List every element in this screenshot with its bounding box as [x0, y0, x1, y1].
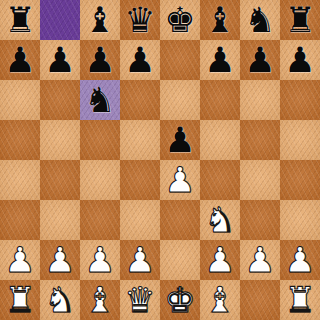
piece-white-pawn[interactable]: ♟ — [44, 240, 75, 280]
square-c3[interactable] — [80, 200, 120, 240]
square-c4[interactable] — [80, 160, 120, 200]
square-d6[interactable] — [120, 80, 160, 120]
square-a7[interactable]: ♟ — [0, 40, 40, 80]
square-e7[interactable] — [160, 40, 200, 80]
piece-white-pawn[interactable]: ♟ — [244, 240, 275, 280]
piece-white-rook[interactable]: ♜ — [4, 280, 35, 320]
piece-black-pawn[interactable]: ♟ — [44, 40, 75, 80]
piece-white-king[interactable]: ♚ — [164, 280, 195, 320]
square-a4[interactable] — [0, 160, 40, 200]
square-c7[interactable]: ♟ — [80, 40, 120, 80]
square-b3[interactable] — [40, 200, 80, 240]
square-f8[interactable]: ♝ — [200, 0, 240, 40]
piece-white-pawn[interactable]: ♟ — [84, 240, 115, 280]
square-h4[interactable] — [280, 160, 320, 200]
square-b7[interactable]: ♟ — [40, 40, 80, 80]
piece-black-pawn[interactable]: ♟ — [84, 40, 115, 80]
square-e5[interactable]: ♟ — [160, 120, 200, 160]
square-d8[interactable]: ♛ — [120, 0, 160, 40]
square-g5[interactable] — [240, 120, 280, 160]
square-f6[interactable] — [200, 80, 240, 120]
square-b5[interactable] — [40, 120, 80, 160]
piece-white-pawn[interactable]: ♟ — [4, 240, 35, 280]
square-h1[interactable]: ♜ — [280, 280, 320, 320]
square-g3[interactable] — [240, 200, 280, 240]
piece-black-pawn[interactable]: ♟ — [164, 120, 195, 160]
piece-black-rook[interactable]: ♜ — [4, 0, 35, 40]
square-e1[interactable]: ♚ — [160, 280, 200, 320]
square-b4[interactable] — [40, 160, 80, 200]
square-a8[interactable]: ♜ — [0, 0, 40, 40]
square-h5[interactable] — [280, 120, 320, 160]
square-d4[interactable] — [120, 160, 160, 200]
square-f1[interactable]: ♝ — [200, 280, 240, 320]
square-g6[interactable] — [240, 80, 280, 120]
piece-black-pawn[interactable]: ♟ — [284, 40, 315, 80]
piece-black-bishop[interactable]: ♝ — [84, 0, 115, 40]
square-c8[interactable]: ♝ — [80, 0, 120, 40]
square-g7[interactable]: ♟ — [240, 40, 280, 80]
square-h8[interactable]: ♜ — [280, 0, 320, 40]
piece-black-king[interactable]: ♚ — [164, 0, 195, 40]
piece-black-pawn[interactable]: ♟ — [244, 40, 275, 80]
square-a3[interactable] — [0, 200, 40, 240]
square-c5[interactable] — [80, 120, 120, 160]
square-d2[interactable]: ♟ — [120, 240, 160, 280]
square-b6[interactable] — [40, 80, 80, 120]
square-d5[interactable] — [120, 120, 160, 160]
square-f3[interactable]: ♞ — [200, 200, 240, 240]
square-c6[interactable]: ♞ — [80, 80, 120, 120]
square-d7[interactable]: ♟ — [120, 40, 160, 80]
square-g8[interactable]: ♞ — [240, 0, 280, 40]
piece-white-queen[interactable]: ♛ — [124, 280, 155, 320]
piece-black-pawn[interactable]: ♟ — [4, 40, 35, 80]
piece-white-rook[interactable]: ♜ — [284, 280, 315, 320]
square-h3[interactable] — [280, 200, 320, 240]
square-g2[interactable]: ♟ — [240, 240, 280, 280]
piece-white-knight[interactable]: ♞ — [44, 280, 75, 320]
square-g4[interactable] — [240, 160, 280, 200]
square-f2[interactable]: ♟ — [200, 240, 240, 280]
square-h6[interactable] — [280, 80, 320, 120]
square-e2[interactable] — [160, 240, 200, 280]
square-e4[interactable]: ♟ — [160, 160, 200, 200]
square-h7[interactable]: ♟ — [280, 40, 320, 80]
chess-board: ♜♝♛♚♝♞♜♟♟♟♟♟♟♟♞♟♟♞♟♟♟♟♟♟♟♜♞♝♛♚♝♜ — [0, 0, 320, 320]
piece-white-bishop[interactable]: ♝ — [204, 280, 235, 320]
piece-black-queen[interactable]: ♛ — [124, 0, 155, 40]
square-a2[interactable]: ♟ — [0, 240, 40, 280]
square-a1[interactable]: ♜ — [0, 280, 40, 320]
square-f7[interactable]: ♟ — [200, 40, 240, 80]
piece-black-pawn[interactable]: ♟ — [204, 40, 235, 80]
piece-black-pawn[interactable]: ♟ — [124, 40, 155, 80]
piece-white-pawn[interactable]: ♟ — [164, 160, 195, 200]
square-g1[interactable] — [240, 280, 280, 320]
square-b8[interactable] — [40, 0, 80, 40]
square-b2[interactable]: ♟ — [40, 240, 80, 280]
piece-black-bishop[interactable]: ♝ — [204, 0, 235, 40]
piece-black-rook[interactable]: ♜ — [284, 0, 315, 40]
square-h2[interactable]: ♟ — [280, 240, 320, 280]
piece-white-pawn[interactable]: ♟ — [204, 240, 235, 280]
square-e8[interactable]: ♚ — [160, 0, 200, 40]
square-f4[interactable] — [200, 160, 240, 200]
piece-white-bishop[interactable]: ♝ — [84, 280, 115, 320]
square-d1[interactable]: ♛ — [120, 280, 160, 320]
square-a5[interactable] — [0, 120, 40, 160]
square-c1[interactable]: ♝ — [80, 280, 120, 320]
piece-black-knight[interactable]: ♞ — [244, 0, 275, 40]
square-a6[interactable] — [0, 80, 40, 120]
piece-white-pawn[interactable]: ♟ — [124, 240, 155, 280]
piece-black-knight[interactable]: ♞ — [84, 80, 115, 120]
square-b1[interactable]: ♞ — [40, 280, 80, 320]
piece-white-knight[interactable]: ♞ — [204, 200, 235, 240]
square-c2[interactable]: ♟ — [80, 240, 120, 280]
square-e6[interactable] — [160, 80, 200, 120]
square-e3[interactable] — [160, 200, 200, 240]
piece-white-pawn[interactable]: ♟ — [284, 240, 315, 280]
square-d3[interactable] — [120, 200, 160, 240]
square-f5[interactable] — [200, 120, 240, 160]
